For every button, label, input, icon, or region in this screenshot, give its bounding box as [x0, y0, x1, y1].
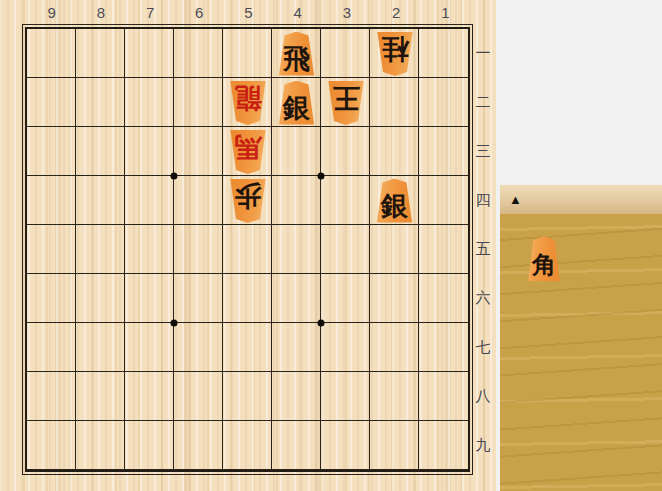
hoshi-dot-icon — [318, 173, 325, 180]
board-cell[interactable] — [419, 323, 468, 372]
board-cell[interactable] — [27, 78, 76, 127]
file-label: 4 — [273, 3, 322, 23]
board-cell[interactable] — [223, 274, 272, 323]
board-cell[interactable] — [321, 127, 370, 176]
board-cell[interactable] — [370, 372, 419, 421]
board-cell[interactable] — [76, 78, 125, 127]
board-cell[interactable] — [125, 29, 174, 78]
rank-label: 四 — [470, 176, 496, 225]
board-cell[interactable] — [27, 421, 76, 470]
hand-piece-bishop[interactable]: 角 — [526, 236, 562, 281]
sente-turn-marker-icon: ▲ — [509, 192, 522, 207]
shogi-board: 飛桂龍銀王馬歩銀 — [25, 27, 470, 472]
rank-label: 五 — [470, 225, 496, 274]
file-label: 8 — [76, 3, 125, 23]
board-cell[interactable] — [174, 372, 223, 421]
board-cell[interactable] — [27, 323, 76, 372]
board-cell[interactable] — [125, 176, 174, 225]
rank-label: 八 — [470, 372, 496, 421]
hoshi-dot-icon — [318, 320, 325, 327]
komadai-header: ▲ — [500, 185, 662, 214]
rank-label: 二 — [470, 78, 496, 127]
board-cell[interactable] — [27, 372, 76, 421]
board-cell[interactable] — [125, 323, 174, 372]
board-cell[interactable] — [272, 176, 321, 225]
board-cell[interactable] — [272, 323, 321, 372]
board-cell[interactable] — [76, 225, 125, 274]
rank-label: 一 — [470, 29, 496, 78]
board-cell[interactable] — [419, 421, 468, 470]
board-cell[interactable] — [174, 127, 223, 176]
board-cell[interactable] — [321, 323, 370, 372]
board-cell[interactable] — [321, 176, 370, 225]
file-label: 6 — [175, 3, 224, 23]
board-cell[interactable] — [272, 225, 321, 274]
board-cell[interactable] — [370, 78, 419, 127]
file-labels: 987654321 — [27, 3, 470, 23]
board-cell[interactable] — [76, 421, 125, 470]
board-cell[interactable] — [419, 29, 468, 78]
rank-labels: 一二三四五六七八九 — [470, 29, 496, 470]
file-label: 1 — [421, 3, 470, 23]
board-cell[interactable] — [174, 225, 223, 274]
rank-label: 七 — [470, 323, 496, 372]
board-cell[interactable] — [419, 225, 468, 274]
board-cell[interactable] — [321, 29, 370, 78]
board-cell[interactable] — [223, 421, 272, 470]
board-cell[interactable] — [272, 421, 321, 470]
board-cell[interactable] — [76, 176, 125, 225]
file-label: 2 — [372, 3, 421, 23]
hoshi-dot-icon — [171, 173, 178, 180]
board-cell[interactable] — [223, 372, 272, 421]
board-cell[interactable] — [419, 274, 468, 323]
file-label: 7 — [125, 3, 174, 23]
board-cell[interactable] — [272, 127, 321, 176]
rank-label: 六 — [470, 274, 496, 323]
board-cell[interactable] — [419, 372, 468, 421]
board-cell[interactable] — [321, 421, 370, 470]
board-cell[interactable] — [125, 127, 174, 176]
board-cell[interactable] — [419, 176, 468, 225]
board-cell[interactable] — [174, 29, 223, 78]
board-cell[interactable] — [370, 274, 419, 323]
board-cell[interactable] — [272, 372, 321, 421]
board-cell[interactable] — [321, 225, 370, 274]
file-label: 5 — [224, 3, 273, 23]
board-cell[interactable] — [125, 372, 174, 421]
board-cell[interactable] — [370, 323, 419, 372]
board-cell[interactable] — [174, 78, 223, 127]
board-cell[interactable] — [419, 78, 468, 127]
board-cell[interactable] — [125, 78, 174, 127]
board-cell[interactable] — [76, 274, 125, 323]
komadai-panel: ▲ 角 — [500, 185, 662, 491]
board-cell[interactable] — [370, 225, 419, 274]
board-cell[interactable] — [272, 274, 321, 323]
board-cell[interactable] — [125, 225, 174, 274]
file-label: 9 — [27, 3, 76, 23]
board-cell[interactable] — [125, 421, 174, 470]
board-cell[interactable] — [174, 421, 223, 470]
board-cell[interactable] — [76, 372, 125, 421]
board-cell[interactable] — [223, 225, 272, 274]
board-cell[interactable] — [27, 225, 76, 274]
rank-label: 三 — [470, 127, 496, 176]
board-cell[interactable] — [76, 127, 125, 176]
file-label: 3 — [322, 3, 371, 23]
board-cell[interactable] — [27, 127, 76, 176]
board-cell[interactable] — [125, 274, 174, 323]
board-cell[interactable] — [321, 372, 370, 421]
board-cell[interactable] — [27, 176, 76, 225]
board-cell[interactable] — [27, 29, 76, 78]
hoshi-dot-icon — [171, 320, 178, 327]
board-cell[interactable] — [174, 323, 223, 372]
board-cell[interactable] — [370, 127, 419, 176]
board-cell[interactable] — [223, 323, 272, 372]
board-cell[interactable] — [223, 29, 272, 78]
board-cell[interactable] — [76, 323, 125, 372]
board-cell[interactable] — [76, 29, 125, 78]
board-cell[interactable] — [174, 274, 223, 323]
board-cell[interactable] — [174, 176, 223, 225]
board-cell[interactable] — [370, 421, 419, 470]
board-cell[interactable] — [419, 127, 468, 176]
board-cell[interactable] — [321, 274, 370, 323]
board-cell[interactable] — [27, 274, 76, 323]
rank-label: 九 — [470, 421, 496, 470]
